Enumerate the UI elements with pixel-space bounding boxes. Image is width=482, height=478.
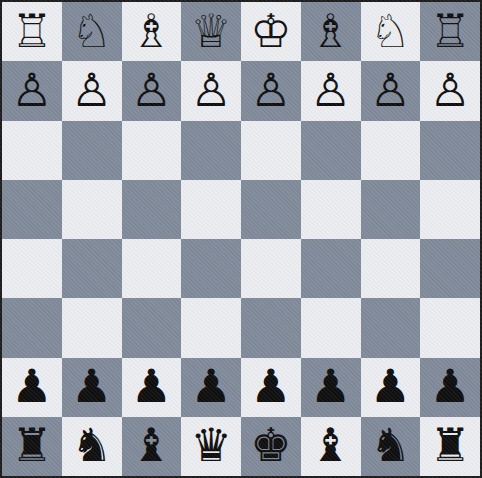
black-rook-icon: ♜ (430, 422, 471, 468)
square-g2[interactable]: ♙ (361, 61, 421, 120)
black-knight-icon: ♞ (71, 422, 112, 468)
square-h6[interactable] (420, 298, 480, 357)
square-e1[interactable]: ♔ (241, 2, 301, 61)
square-d1[interactable]: ♕ (181, 2, 241, 61)
white-pawn-icon: ♙ (131, 67, 172, 113)
square-a2[interactable]: ♙ (2, 61, 62, 120)
chess-board: ♖♘♗♕♔♗♘♖♙♙♙♙♙♙♙♙♟♟♟♟♟♟♟♟♜♞♝♛♚♝♞♜ (0, 0, 482, 478)
white-pawn-icon: ♙ (11, 67, 52, 113)
square-c1[interactable]: ♗ (122, 2, 182, 61)
square-a1[interactable]: ♖ (2, 2, 62, 61)
square-c5[interactable] (122, 239, 182, 298)
square-f5[interactable] (301, 239, 361, 298)
square-g3[interactable] (361, 121, 421, 180)
white-pawn-icon: ♙ (430, 67, 471, 113)
square-h4[interactable] (420, 180, 480, 239)
square-d5[interactable] (181, 239, 241, 298)
black-pawn-icon: ♟ (11, 363, 52, 409)
square-c3[interactable] (122, 121, 182, 180)
square-b7[interactable]: ♟ (62, 358, 122, 417)
white-pawn-icon: ♙ (191, 67, 232, 113)
black-pawn-icon: ♟ (370, 363, 411, 409)
square-h5[interactable] (420, 239, 480, 298)
square-f1[interactable]: ♗ (301, 2, 361, 61)
square-f6[interactable] (301, 298, 361, 357)
square-a5[interactable] (2, 239, 62, 298)
white-knight-icon: ♘ (71, 8, 112, 54)
square-d2[interactable]: ♙ (181, 61, 241, 120)
square-g6[interactable] (361, 298, 421, 357)
square-b8[interactable]: ♞ (62, 417, 122, 476)
square-b6[interactable] (62, 298, 122, 357)
square-f2[interactable]: ♙ (301, 61, 361, 120)
square-g5[interactable] (361, 239, 421, 298)
square-a3[interactable] (2, 121, 62, 180)
square-b3[interactable] (62, 121, 122, 180)
square-h3[interactable] (420, 121, 480, 180)
square-e6[interactable] (241, 298, 301, 357)
white-king-icon: ♔ (250, 8, 291, 54)
square-d3[interactable] (181, 121, 241, 180)
square-d4[interactable] (181, 180, 241, 239)
square-f7[interactable]: ♟ (301, 358, 361, 417)
white-bishop-icon: ♗ (310, 8, 351, 54)
square-e2[interactable]: ♙ (241, 61, 301, 120)
white-knight-icon: ♘ (370, 8, 411, 54)
white-rook-icon: ♖ (11, 8, 52, 54)
black-pawn-icon: ♟ (310, 363, 351, 409)
black-bishop-icon: ♝ (131, 422, 172, 468)
black-queen-icon: ♛ (191, 422, 232, 468)
chess-board-container: ♖♘♗♕♔♗♘♖♙♙♙♙♙♙♙♙♟♟♟♟♟♟♟♟♜♞♝♛♚♝♞♜ (0, 0, 482, 478)
square-g4[interactable] (361, 180, 421, 239)
square-d8[interactable]: ♛ (181, 417, 241, 476)
white-bishop-icon: ♗ (131, 8, 172, 54)
square-c8[interactable]: ♝ (122, 417, 182, 476)
white-pawn-icon: ♙ (71, 67, 112, 113)
square-h1[interactable]: ♖ (420, 2, 480, 61)
black-pawn-icon: ♟ (71, 363, 112, 409)
square-a8[interactable]: ♜ (2, 417, 62, 476)
square-b4[interactable] (62, 180, 122, 239)
square-h8[interactable]: ♜ (420, 417, 480, 476)
square-c2[interactable]: ♙ (122, 61, 182, 120)
square-c4[interactable] (122, 180, 182, 239)
square-f4[interactable] (301, 180, 361, 239)
square-e3[interactable] (241, 121, 301, 180)
square-b2[interactable]: ♙ (62, 61, 122, 120)
white-pawn-icon: ♙ (310, 67, 351, 113)
square-h7[interactable]: ♟ (420, 358, 480, 417)
square-g8[interactable]: ♞ (361, 417, 421, 476)
square-e4[interactable] (241, 180, 301, 239)
black-pawn-icon: ♟ (131, 363, 172, 409)
square-e7[interactable]: ♟ (241, 358, 301, 417)
white-rook-icon: ♖ (430, 8, 471, 54)
square-c6[interactable] (122, 298, 182, 357)
square-h2[interactable]: ♙ (420, 61, 480, 120)
black-king-icon: ♚ (250, 422, 291, 468)
square-f8[interactable]: ♝ (301, 417, 361, 476)
square-b5[interactable] (62, 239, 122, 298)
black-pawn-icon: ♟ (430, 363, 471, 409)
black-pawn-icon: ♟ (250, 363, 291, 409)
square-e8[interactable]: ♚ (241, 417, 301, 476)
square-a7[interactable]: ♟ (2, 358, 62, 417)
square-a4[interactable] (2, 180, 62, 239)
black-rook-icon: ♜ (11, 422, 52, 468)
black-bishop-icon: ♝ (310, 422, 351, 468)
white-pawn-icon: ♙ (250, 67, 291, 113)
square-d6[interactable] (181, 298, 241, 357)
black-knight-icon: ♞ (370, 422, 411, 468)
square-g7[interactable]: ♟ (361, 358, 421, 417)
square-a6[interactable] (2, 298, 62, 357)
square-g1[interactable]: ♘ (361, 2, 421, 61)
square-b1[interactable]: ♘ (62, 2, 122, 61)
square-d7[interactable]: ♟ (181, 358, 241, 417)
square-f3[interactable] (301, 121, 361, 180)
white-pawn-icon: ♙ (370, 67, 411, 113)
white-queen-icon: ♕ (191, 8, 232, 54)
black-pawn-icon: ♟ (191, 363, 232, 409)
square-e5[interactable] (241, 239, 301, 298)
square-c7[interactable]: ♟ (122, 358, 182, 417)
